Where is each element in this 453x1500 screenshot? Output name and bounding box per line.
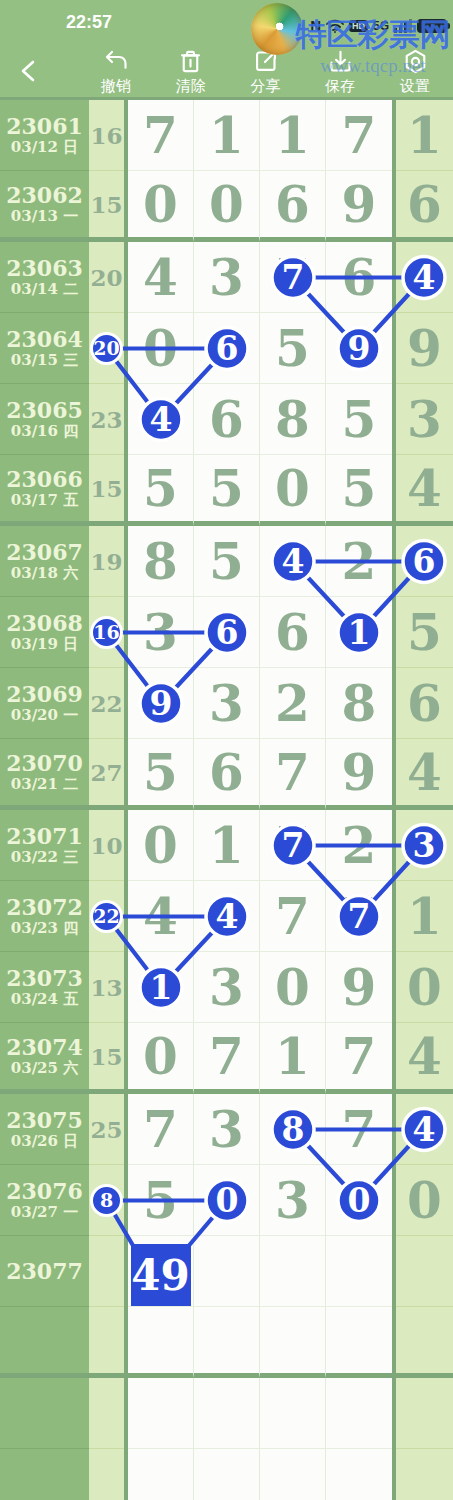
sum-cell: 16 (89, 100, 124, 171)
nfc-icon: N (310, 17, 321, 34)
digit-cell: 0 (260, 455, 326, 526)
fifth-digit-cell: 4 (396, 1094, 453, 1165)
digit-cell (194, 1449, 260, 1500)
issue-cell: 2307403/25 六 (0, 1023, 89, 1094)
digit-cell: 1 (128, 952, 194, 1023)
sum-cell: 16 (89, 597, 124, 668)
digit-cell: 5 (194, 526, 260, 597)
undo-label: 撤销 (101, 77, 131, 96)
digit-cell: 7 (326, 1023, 392, 1094)
sum-cell: 10 (89, 810, 124, 881)
fifth-digit-cell: 4 (396, 739, 453, 810)
tqcp-swirl-logo (251, 3, 303, 55)
digit-cell: 7 (260, 881, 326, 952)
digit-cell: 7 (260, 739, 326, 810)
issue-number: 23068 (6, 611, 83, 635)
save-label: 保存 (325, 77, 355, 96)
fifth-digit-cell: 4 (396, 455, 453, 526)
digit-cell (128, 1307, 194, 1378)
issue-cell: 2306603/17 五 (0, 455, 89, 526)
fifth-digit-cell: 6 (396, 668, 453, 739)
undo-button[interactable]: 撤销 (88, 48, 144, 97)
draw-date: 03/20 一 (11, 706, 78, 724)
sum-cell: 15 (89, 171, 124, 242)
digit-cell: 7 (128, 100, 194, 171)
fifth-digit-cell: 6 (396, 526, 453, 597)
digit-cell (194, 1307, 260, 1378)
trend-rows: 2306103/12 日16711712306203/13 一150069623… (0, 100, 453, 1500)
digit-cell: 6 (260, 171, 326, 242)
digit-cell: 9 (326, 739, 392, 810)
digit-cell: 9 (326, 313, 392, 384)
chart-row: 2307203/23 四2244771 (0, 881, 453, 952)
toolbar-buttons: 撤销 清除 分享 (88, 48, 443, 97)
fifth-digit-cell: 0 (396, 952, 453, 1023)
draw-date: 03/21 二 (11, 775, 78, 793)
issue-cell: 2307203/23 四 (0, 881, 89, 952)
digit-cell: 0 (194, 171, 260, 242)
draw-date: 03/23 四 (11, 919, 78, 937)
chart-row: 2306403/15 三2006599 (0, 313, 453, 384)
digit-cell (260, 1236, 326, 1307)
digit-cell: 8 (326, 668, 392, 739)
prediction-cell[interactable]: 49 (131, 1244, 191, 1306)
issue-number: 23063 (6, 256, 83, 280)
chart-row: 2307503/26 日2573874 (0, 1094, 453, 1165)
digit-cell (260, 1307, 326, 1378)
draw-date: 03/16 四 (11, 422, 78, 440)
back-button[interactable] (14, 56, 44, 86)
digit-cell: 5 (326, 455, 392, 526)
chart-row: 2307003/21 二2756794 (0, 739, 453, 810)
issue-number: 23070 (6, 751, 83, 775)
digit-cell: 6 (194, 597, 260, 668)
digit-cell: 6 (260, 597, 326, 668)
digit-cell: 2 (326, 810, 392, 881)
digit-cell: 0 (194, 1165, 260, 1236)
digit-cell: 7 (260, 242, 326, 313)
sum-cell: 22 (89, 881, 124, 952)
digit-cell: 3 (194, 242, 260, 313)
digit-cell: 7 (326, 100, 392, 171)
system-status-icons: N HD 5G (310, 17, 447, 34)
fifth-digit-cell: 4 (396, 242, 453, 313)
draw-date: 03/25 六 (11, 1059, 78, 1077)
digit-cell: 0 (128, 313, 194, 384)
sum-cell: 15 (89, 1023, 124, 1094)
issue-cell: 2306503/16 四 (0, 384, 89, 455)
save-button[interactable]: 保存 (312, 48, 368, 97)
sum-cell: 27 (89, 739, 124, 810)
issue-number: 23072 (6, 895, 83, 919)
digit-cell: 0 (260, 952, 326, 1023)
save-icon (327, 48, 354, 75)
digit-cell: 3 (194, 952, 260, 1023)
digit-cell (194, 1236, 260, 1307)
sum-cell (89, 1307, 124, 1378)
chart-row: 2306803/19 日1636615 (0, 597, 453, 668)
issue-number: 23075 (6, 1108, 83, 1132)
sum-cell (89, 1449, 124, 1500)
digit-cell: 49 (128, 1236, 194, 1307)
draw-date: 03/15 三 (11, 351, 78, 369)
issue-cell: 2307003/21 二 (0, 739, 89, 810)
digit-cell: 6 (194, 313, 260, 384)
digit-cell: 3 (194, 1094, 260, 1165)
fifth-digit-cell (396, 1449, 453, 1500)
fifth-digit-cell: 3 (396, 810, 453, 881)
fifth-digit-cell (396, 1378, 453, 1449)
status-bar: 22:57 N HD 5G 特区彩票网 www.tqcp.net (0, 0, 453, 48)
issue-cell (0, 1449, 89, 1500)
digit-cell: 7 (194, 1023, 260, 1094)
chart-row: 2306603/17 五1555054 (0, 455, 453, 526)
chart-row: 2307103/22 三1001723 (0, 810, 453, 881)
clear-label: 清除 (176, 77, 206, 96)
digit-cell: 3 (260, 1165, 326, 1236)
settings-button[interactable]: 设置 (387, 48, 443, 97)
settings-icon (402, 48, 429, 75)
toolbar: 撤销 清除 分享 (0, 48, 453, 97)
digit-cell: 4 (128, 881, 194, 952)
digit-cell: 5 (128, 1165, 194, 1236)
digit-cell (128, 1449, 194, 1500)
digit-cell: 1 (260, 1023, 326, 1094)
chart-row: 2306303/14 二2043764 (0, 242, 453, 313)
digit-cell: 1 (194, 100, 260, 171)
sum-cell (89, 1378, 124, 1449)
share-label: 分享 (251, 77, 281, 96)
digit-cell: 9 (326, 171, 392, 242)
issue-cell: 2306103/12 日 (0, 100, 89, 171)
chart-row: 2307303/24 五1313090 (0, 952, 453, 1023)
digit-cell: 8 (260, 384, 326, 455)
digit-cell: 0 (326, 1165, 392, 1236)
sum-cell: 20 (89, 313, 124, 384)
digit-cell (260, 1449, 326, 1500)
fifth-digit-cell: 5 (396, 597, 453, 668)
sum-cell: 22 (89, 668, 124, 739)
digit-cell: 6 (194, 384, 260, 455)
sum-cell: 20 (89, 242, 124, 313)
trash-icon (177, 48, 204, 75)
battery-icon (417, 19, 447, 33)
digit-cell (326, 1236, 392, 1307)
fifth-digit-cell: 1 (396, 100, 453, 171)
digit-cell: 4 (260, 526, 326, 597)
issue-cell: 23077 (0, 1236, 89, 1307)
digit-cell: 6 (194, 739, 260, 810)
sum-cell: 13 (89, 952, 124, 1023)
digit-cell: 7 (326, 1094, 392, 1165)
chart-row: 2306103/12 日1671171 (0, 100, 453, 171)
digit-cell (326, 1307, 392, 1378)
issue-number: 23065 (6, 398, 83, 422)
issue-number: 23077 (6, 1259, 83, 1283)
chevron-left-icon (14, 56, 44, 86)
digit-cell (260, 1378, 326, 1449)
sum-cell: 19 (89, 526, 124, 597)
digit-cell: 7 (128, 1094, 194, 1165)
issue-cell (0, 1307, 89, 1378)
share-button[interactable]: 分享 (238, 48, 294, 97)
signal-icon (394, 19, 412, 33)
digit-cell: 0 (128, 171, 194, 242)
digit-cell: 5 (128, 739, 194, 810)
chart-row: 2307603/27 一850300 (0, 1165, 453, 1236)
digit-cell: 1 (194, 810, 260, 881)
draw-date: 03/27 一 (11, 1203, 78, 1221)
digit-cell: 4 (128, 242, 194, 313)
lottery-trend-app: 22:57 N HD 5G 特区彩票网 www.tqcp.net (0, 0, 453, 1500)
digit-cell: 7 (260, 810, 326, 881)
digit-cell: 2 (326, 526, 392, 597)
digit-cell: 9 (326, 952, 392, 1023)
digit-cell: 5 (128, 455, 194, 526)
digit-cell: 5 (326, 384, 392, 455)
digit-cell: 5 (194, 455, 260, 526)
draw-date: 03/22 三 (11, 848, 78, 866)
digit-cell: 7 (326, 881, 392, 952)
clear-button[interactable]: 清除 (163, 48, 219, 97)
digit-cell: 0 (128, 1023, 194, 1094)
issue-cell: 2307603/27 一 (0, 1165, 89, 1236)
chart-row: 2306503/16 四2346853 (0, 384, 453, 455)
sum-cell: 15 (89, 455, 124, 526)
digit-cell (194, 1378, 260, 1449)
issue-cell: 2307103/22 三 (0, 810, 89, 881)
issue-cell: 2306903/20 一 (0, 668, 89, 739)
fifth-digit-cell (396, 1236, 453, 1307)
chart-row (0, 1378, 453, 1449)
draw-date: 03/24 五 (11, 990, 78, 1008)
digit-cell: 4 (128, 384, 194, 455)
draw-date: 03/14 二 (11, 280, 78, 298)
issue-number: 23061 (6, 114, 83, 138)
draw-date: 03/18 六 (11, 564, 78, 582)
digit-cell: 9 (128, 668, 194, 739)
digit-cell: 8 (260, 1094, 326, 1165)
fifth-digit-cell: 3 (396, 384, 453, 455)
digit-cell: 2 (260, 668, 326, 739)
clock: 22:57 (66, 12, 112, 33)
issue-number: 23066 (6, 467, 83, 491)
issue-cell: 2306403/15 三 (0, 313, 89, 384)
issue-number: 23062 (6, 183, 83, 207)
issue-cell: 2306703/18 六 (0, 526, 89, 597)
issue-cell: 2306303/14 二 (0, 242, 89, 313)
draw-date: 03/19 日 (11, 635, 78, 653)
digit-cell: 5 (260, 313, 326, 384)
fifth-digit-cell: 4 (396, 1023, 453, 1094)
issue-number: 23073 (6, 966, 83, 990)
fifth-digit-cell (396, 1307, 453, 1378)
fifth-digit-cell: 9 (396, 313, 453, 384)
issue-number: 23067 (6, 540, 83, 564)
issue-number: 23069 (6, 682, 83, 706)
digit-cell: 3 (128, 597, 194, 668)
fifth-digit-cell: 0 (396, 1165, 453, 1236)
digit-cell (326, 1449, 392, 1500)
5g-icon: 5G (373, 19, 389, 33)
sum-cell: 8 (89, 1165, 124, 1236)
digit-cell: 1 (326, 597, 392, 668)
undo-icon (103, 48, 130, 75)
chart-row: 2306203/13 一1500696 (0, 171, 453, 242)
draw-date: 03/13 一 (11, 207, 78, 225)
wifi-icon (326, 19, 344, 33)
draw-date: 03/12 日 (11, 138, 78, 156)
digit-cell (326, 1378, 392, 1449)
hd-badge: HD (349, 20, 368, 32)
issue-cell (0, 1378, 89, 1449)
issue-cell: 2306803/19 日 (0, 597, 89, 668)
sum-cell: 25 (89, 1094, 124, 1165)
trend-grid: 2306103/12 日16711712306203/13 一150069623… (0, 97, 453, 1500)
issue-cell: 2307303/24 五 (0, 952, 89, 1023)
fifth-digit-cell: 6 (396, 171, 453, 242)
digit-cell (128, 1378, 194, 1449)
chart-row: 2306703/18 六1985426 (0, 526, 453, 597)
draw-date: 03/17 五 (11, 491, 78, 509)
digit-cell: 4 (194, 881, 260, 952)
digit-cell: 1 (260, 100, 326, 171)
chart-row: 2307749 (0, 1236, 453, 1307)
issue-cell: 2307503/26 日 (0, 1094, 89, 1165)
digit-cell: 0 (128, 810, 194, 881)
chart-row (0, 1307, 453, 1378)
issue-number: 23076 (6, 1179, 83, 1203)
issue-number: 23071 (6, 824, 83, 848)
issue-number: 23064 (6, 327, 83, 351)
sum-cell: 23 (89, 384, 124, 455)
issue-cell: 2306203/13 一 (0, 171, 89, 242)
fifth-digit-cell: 1 (396, 881, 453, 952)
draw-date: 03/26 日 (11, 1132, 78, 1150)
settings-label: 设置 (400, 77, 430, 96)
digit-cell: 8 (128, 526, 194, 597)
chart-row (0, 1449, 453, 1500)
chart-row: 2306903/20 一2293286 (0, 668, 453, 739)
digit-cell: 6 (326, 242, 392, 313)
issue-number: 23074 (6, 1035, 83, 1059)
chart-row: 2307403/25 六1507174 (0, 1023, 453, 1094)
digit-cell: 3 (194, 668, 260, 739)
sum-cell (89, 1236, 124, 1307)
